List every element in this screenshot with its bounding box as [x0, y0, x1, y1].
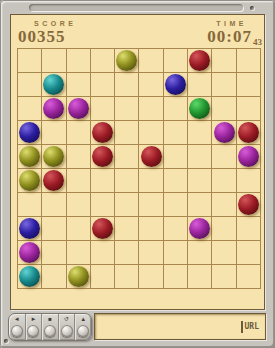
cell-0-2[interactable]: [67, 49, 91, 73]
cell-2-2[interactable]: [67, 97, 91, 121]
reload-icon: ↺: [64, 316, 69, 323]
stop-button[interactable]: ■: [42, 314, 59, 340]
cell-3-3[interactable]: [91, 121, 115, 145]
cell-2-3[interactable]: [91, 97, 115, 121]
stop-knob: [44, 325, 56, 337]
cell-0-4[interactable]: [115, 49, 139, 73]
cell-0-0[interactable]: [18, 49, 42, 73]
cell-2-0[interactable]: [18, 97, 42, 121]
ball-red[interactable]: [238, 194, 259, 215]
ball-olive[interactable]: [68, 266, 89, 287]
cell-4-4[interactable]: [115, 145, 139, 169]
cell-0-1[interactable]: [42, 49, 66, 73]
cell-9-3[interactable]: [91, 265, 115, 289]
cell-6-4[interactable]: [115, 193, 139, 217]
play-knob: [27, 325, 39, 337]
cell-1-8[interactable]: [212, 73, 236, 97]
back-icon: ◄: [14, 316, 20, 323]
cell-2-6[interactable]: [164, 97, 188, 121]
cell-4-3[interactable]: [91, 145, 115, 169]
cell-1-3[interactable]: [91, 73, 115, 97]
cell-4-6[interactable]: [164, 145, 188, 169]
cell-9-5[interactable]: [139, 265, 163, 289]
cell-9-8[interactable]: [212, 265, 236, 289]
ball-blue[interactable]: [165, 74, 186, 95]
cell-4-2[interactable]: [67, 145, 91, 169]
cell-5-4[interactable]: [115, 169, 139, 193]
cell-4-9[interactable]: [237, 145, 261, 169]
ball-green[interactable]: [189, 98, 210, 119]
cell-1-1[interactable]: [42, 73, 66, 97]
url-label: URL: [241, 321, 259, 333]
cell-0-3[interactable]: [91, 49, 115, 73]
cell-8-3[interactable]: [91, 241, 115, 265]
cell-7-7[interactable]: [188, 217, 212, 241]
screw-dot-top-right: [250, 6, 254, 10]
board: [17, 48, 261, 289]
cell-7-2[interactable]: [67, 217, 91, 241]
cell-2-8[interactable]: [212, 97, 236, 121]
back-knob: [11, 325, 23, 337]
cell-4-0[interactable]: [18, 145, 42, 169]
cell-6-6[interactable]: [164, 193, 188, 217]
cell-3-1[interactable]: [42, 121, 66, 145]
cell-7-3[interactable]: [91, 217, 115, 241]
cell-1-5[interactable]: [139, 73, 163, 97]
cell-6-1[interactable]: [42, 193, 66, 217]
cell-8-0[interactable]: [18, 241, 42, 265]
cell-7-8[interactable]: [212, 217, 236, 241]
eject-icon: ▲: [80, 316, 86, 323]
score-value: 00355: [18, 28, 66, 45]
ball-red[interactable]: [238, 122, 259, 143]
cell-7-0[interactable]: [18, 217, 42, 241]
ball-blue[interactable]: [19, 122, 40, 143]
time-label: TIME: [216, 20, 247, 27]
cell-0-8[interactable]: [212, 49, 236, 73]
cell-6-2[interactable]: [67, 193, 91, 217]
ball-olive[interactable]: [43, 146, 64, 167]
cell-1-9[interactable]: [237, 73, 261, 97]
play-button[interactable]: ►: [26, 314, 43, 340]
cell-9-1[interactable]: [42, 265, 66, 289]
cell-9-0[interactable]: [18, 265, 42, 289]
cell-8-6[interactable]: [164, 241, 188, 265]
ball-purple[interactable]: [19, 242, 40, 263]
ball-purple[interactable]: [189, 218, 210, 239]
cell-6-7[interactable]: [188, 193, 212, 217]
cell-8-8[interactable]: [212, 241, 236, 265]
cell-5-3[interactable]: [91, 169, 115, 193]
cell-1-4[interactable]: [115, 73, 139, 97]
cell-8-1[interactable]: [42, 241, 66, 265]
ball-olive[interactable]: [116, 50, 137, 71]
cell-0-5[interactable]: [139, 49, 163, 73]
cell-0-6[interactable]: [164, 49, 188, 73]
ball-red[interactable]: [92, 122, 113, 143]
cell-6-8[interactable]: [212, 193, 236, 217]
score-label: SCORE: [34, 20, 76, 27]
reload-knob: [61, 325, 73, 337]
cell-9-9[interactable]: [237, 265, 261, 289]
screw-dot-bottom-left: [4, 339, 8, 343]
time-main: 00:07: [207, 27, 252, 46]
cell-3-9[interactable]: [237, 121, 261, 145]
cell-8-5[interactable]: [139, 241, 163, 265]
stop-icon: ■: [48, 316, 52, 323]
cell-2-7[interactable]: [188, 97, 212, 121]
eject-button[interactable]: ▲: [75, 314, 91, 340]
cell-1-6[interactable]: [164, 73, 188, 97]
play-icon: ►: [30, 316, 36, 323]
cell-9-6[interactable]: [164, 265, 188, 289]
cell-2-9[interactable]: [237, 97, 261, 121]
cell-3-8[interactable]: [212, 121, 236, 145]
cell-1-2[interactable]: [67, 73, 91, 97]
cell-3-5[interactable]: [139, 121, 163, 145]
cell-2-5[interactable]: [139, 97, 163, 121]
game-window: SCORE 00355 TIME 00:0743 ◄ ► ■ ↺ ▲ URL: [0, 0, 275, 348]
time-fraction: 43: [253, 37, 262, 47]
cell-9-7[interactable]: [188, 265, 212, 289]
ball-red[interactable]: [92, 146, 113, 167]
cell-7-4[interactable]: [115, 217, 139, 241]
ball-purple[interactable]: [214, 122, 235, 143]
cell-7-9[interactable]: [237, 217, 261, 241]
cell-5-9[interactable]: [237, 169, 261, 193]
title-groove[interactable]: [29, 4, 243, 11]
cell-3-6[interactable]: [164, 121, 188, 145]
cell-9-4[interactable]: [115, 265, 139, 289]
cell-4-5[interactable]: [139, 145, 163, 169]
reload-button[interactable]: ↺: [59, 314, 76, 340]
cell-8-9[interactable]: [237, 241, 261, 265]
cell-4-7[interactable]: [188, 145, 212, 169]
control-bar: ◄ ► ■ ↺ ▲: [8, 313, 92, 341]
cell-1-7[interactable]: [188, 73, 212, 97]
cell-2-4[interactable]: [115, 97, 139, 121]
back-button[interactable]: ◄: [9, 314, 26, 340]
cell-7-1[interactable]: [42, 217, 66, 241]
cell-8-4[interactable]: [115, 241, 139, 265]
ball-olive[interactable]: [19, 146, 40, 167]
cell-5-1[interactable]: [42, 169, 66, 193]
cell-4-1[interactable]: [42, 145, 66, 169]
cell-5-2[interactable]: [67, 169, 91, 193]
cell-3-0[interactable]: [18, 121, 42, 145]
cell-8-2[interactable]: [67, 241, 91, 265]
cell-5-7[interactable]: [188, 169, 212, 193]
cell-7-5[interactable]: [139, 217, 163, 241]
ball-teal[interactable]: [43, 74, 64, 95]
ball-purple[interactable]: [238, 146, 259, 167]
cell-1-0[interactable]: [18, 73, 42, 97]
cell-5-8[interactable]: [212, 169, 236, 193]
ball-purple[interactable]: [43, 98, 64, 119]
cell-6-0[interactable]: [18, 193, 42, 217]
cell-6-3[interactable]: [91, 193, 115, 217]
cell-9-2[interactable]: [67, 265, 91, 289]
cell-7-6[interactable]: [164, 217, 188, 241]
ball-teal[interactable]: [19, 266, 40, 287]
ball-red[interactable]: [189, 50, 210, 71]
eject-knob: [77, 325, 89, 337]
cell-0-9[interactable]: [237, 49, 261, 73]
cell-3-7[interactable]: [188, 121, 212, 145]
ball-olive[interactable]: [19, 170, 40, 191]
cell-5-0[interactable]: [18, 169, 42, 193]
cell-5-6[interactable]: [164, 169, 188, 193]
ball-red[interactable]: [141, 146, 162, 167]
ball-red[interactable]: [92, 218, 113, 239]
cell-5-5[interactable]: [139, 169, 163, 193]
cell-6-5[interactable]: [139, 193, 163, 217]
ball-purple[interactable]: [68, 98, 89, 119]
ball-blue[interactable]: [19, 218, 40, 239]
cell-6-9[interactable]: [237, 193, 261, 217]
cell-3-4[interactable]: [115, 121, 139, 145]
cell-0-7[interactable]: [188, 49, 212, 73]
url-field[interactable]: URL: [94, 313, 266, 340]
cell-8-7[interactable]: [188, 241, 212, 265]
ball-red[interactable]: [43, 170, 64, 191]
cell-3-2[interactable]: [67, 121, 91, 145]
time-value: 00:0743: [207, 28, 261, 46]
cell-2-1[interactable]: [42, 97, 66, 121]
cell-4-8[interactable]: [212, 145, 236, 169]
game-panel: SCORE 00355 TIME 00:0743: [10, 14, 265, 310]
